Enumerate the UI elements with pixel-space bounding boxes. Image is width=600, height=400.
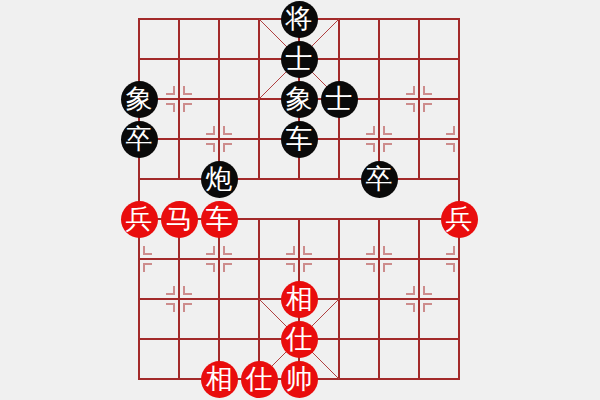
piece-black-elephant[interactable]: 象 bbox=[281, 81, 318, 118]
piece-red-horse[interactable]: 马 bbox=[161, 201, 198, 238]
piece-black-general[interactable]: 将 bbox=[281, 1, 318, 38]
piece-black-cannon[interactable]: 炮 bbox=[201, 161, 238, 198]
piece-red-elephant[interactable]: 相 bbox=[281, 281, 318, 318]
piece-black-advisor[interactable]: 士 bbox=[281, 41, 318, 78]
piece-black-advisor[interactable]: 士 bbox=[321, 81, 358, 118]
piece-black-soldier[interactable]: 卒 bbox=[361, 161, 398, 198]
piece-black-chariot[interactable]: 车 bbox=[281, 121, 318, 158]
piece-red-soldier[interactable]: 兵 bbox=[121, 201, 158, 238]
piece-red-general[interactable]: 帅 bbox=[281, 361, 318, 398]
piece-red-chariot[interactable]: 车 bbox=[201, 201, 238, 238]
piece-red-advisor[interactable]: 仕 bbox=[281, 321, 318, 358]
xiangqi-board[interactable]: 将士象象士卒车炮卒兵马车兵相仕相仕帅 bbox=[138, 18, 460, 380]
piece-black-soldier[interactable]: 卒 bbox=[121, 121, 158, 158]
piece-red-elephant[interactable]: 相 bbox=[201, 361, 238, 398]
piece-red-soldier[interactable]: 兵 bbox=[441, 201, 478, 238]
pieces-layer: 将士象象士卒车炮卒兵马车兵相仕相仕帅 bbox=[138, 18, 460, 380]
piece-red-advisor[interactable]: 仕 bbox=[241, 361, 278, 398]
piece-black-elephant[interactable]: 象 bbox=[121, 81, 158, 118]
xiangqi-app-background: 将士象象士卒车炮卒兵马车兵相仕相仕帅 bbox=[0, 0, 600, 400]
